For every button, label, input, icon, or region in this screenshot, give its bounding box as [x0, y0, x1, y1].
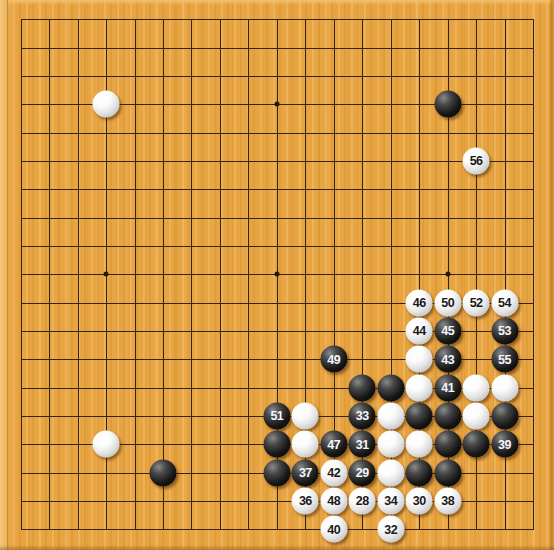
move-number: 34	[384, 495, 397, 508]
grid-line-vertical	[533, 19, 534, 530]
move-number: 50	[441, 296, 454, 309]
move-number: 32	[384, 523, 397, 536]
white-stone	[93, 431, 120, 458]
hoshi-point	[274, 272, 279, 277]
move-number: 48	[327, 495, 340, 508]
white-stone-move-56: 56	[463, 147, 490, 174]
move-number: 40	[327, 523, 340, 536]
white-stone	[406, 431, 433, 458]
black-stone-move-41: 41	[434, 374, 461, 401]
white-stone-move-38: 38	[434, 487, 461, 514]
white-stone-move-28: 28	[349, 487, 376, 514]
black-stone	[434, 402, 461, 429]
white-stone-move-50: 50	[434, 289, 461, 316]
black-stone-move-31: 31	[349, 431, 376, 458]
move-number: 31	[356, 438, 369, 451]
move-number: 45	[441, 325, 454, 338]
move-number: 52	[470, 296, 483, 309]
white-stone-move-40: 40	[320, 516, 347, 543]
grid-line-horizontal	[21, 529, 534, 530]
black-stone	[377, 374, 404, 401]
move-number: 41	[441, 381, 454, 394]
white-stone-move-48: 48	[320, 487, 347, 514]
move-number: 37	[299, 466, 312, 479]
black-stone	[463, 431, 490, 458]
black-stone	[434, 459, 461, 486]
white-stone-move-52: 52	[463, 289, 490, 316]
white-stone	[292, 402, 319, 429]
white-stone	[463, 374, 490, 401]
move-number: 51	[270, 410, 283, 423]
black-stone-move-47: 47	[320, 431, 347, 458]
move-number: 38	[441, 495, 454, 508]
white-stone-move-54: 54	[491, 289, 518, 316]
white-stone	[463, 402, 490, 429]
black-stone-move-39: 39	[491, 431, 518, 458]
black-stone	[434, 91, 461, 118]
move-number: 36	[299, 495, 312, 508]
black-stone	[406, 402, 433, 429]
board-edge-bottom	[0, 545, 554, 550]
hoshi-point	[445, 272, 450, 277]
black-stone	[150, 459, 177, 486]
move-number: 55	[498, 353, 511, 366]
move-number: 47	[327, 438, 340, 451]
white-stone	[491, 374, 518, 401]
black-stone-move-49: 49	[320, 346, 347, 373]
move-number: 30	[413, 495, 426, 508]
black-stone-move-43: 43	[434, 346, 461, 373]
white-stone-move-36: 36	[292, 487, 319, 514]
white-stone-move-30: 30	[406, 487, 433, 514]
board-edge-left	[0, 0, 8, 550]
black-stone-move-53: 53	[491, 317, 518, 344]
white-stone-move-44: 44	[406, 317, 433, 344]
move-number: 28	[356, 495, 369, 508]
move-number: 43	[441, 353, 454, 366]
white-stone-move-32: 32	[377, 516, 404, 543]
board-edge-top	[0, 0, 554, 5]
black-stone	[349, 374, 376, 401]
hoshi-point	[274, 102, 279, 107]
black-stone	[263, 459, 290, 486]
move-number: 49	[327, 353, 340, 366]
goban[interactable]: 5646505254444553494355415133473139374229…	[0, 0, 554, 550]
move-number: 39	[498, 438, 511, 451]
white-stone	[406, 374, 433, 401]
black-stone	[263, 431, 290, 458]
white-stone	[93, 91, 120, 118]
move-number: 54	[498, 296, 511, 309]
move-number: 46	[413, 296, 426, 309]
move-number: 44	[413, 325, 426, 338]
last-move-number: 56	[470, 155, 483, 168]
black-stone	[491, 402, 518, 429]
board-edge-right	[549, 0, 554, 550]
black-stone-move-51: 51	[263, 402, 290, 429]
white-stone	[377, 459, 404, 486]
move-number: 42	[327, 466, 340, 479]
white-stone-move-42: 42	[320, 459, 347, 486]
move-number: 53	[498, 325, 511, 338]
hoshi-point	[104, 272, 109, 277]
white-stone-move-34: 34	[377, 487, 404, 514]
move-number: 29	[356, 466, 369, 479]
black-stone-move-45: 45	[434, 317, 461, 344]
black-stone-move-29: 29	[349, 459, 376, 486]
white-stone	[377, 431, 404, 458]
black-stone-move-37: 37	[292, 459, 319, 486]
black-stone-move-55: 55	[491, 346, 518, 373]
black-stone-move-33: 33	[349, 402, 376, 429]
white-stone	[406, 346, 433, 373]
white-stone	[292, 431, 319, 458]
white-stone	[377, 402, 404, 429]
black-stone	[434, 431, 461, 458]
black-stone	[406, 459, 433, 486]
move-number: 33	[356, 410, 369, 423]
white-stone-move-46: 46	[406, 289, 433, 316]
